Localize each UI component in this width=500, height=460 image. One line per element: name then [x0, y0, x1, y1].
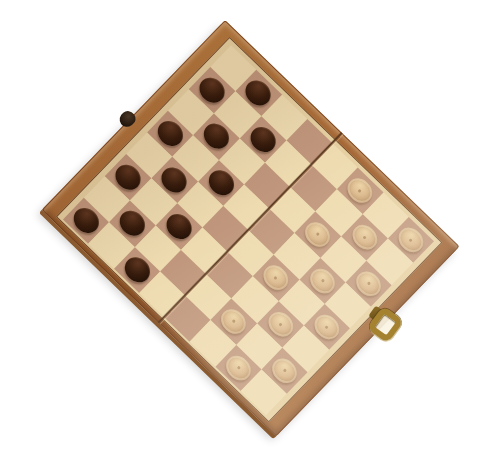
product-photo [0, 0, 500, 460]
checkers-board [42, 20, 460, 436]
